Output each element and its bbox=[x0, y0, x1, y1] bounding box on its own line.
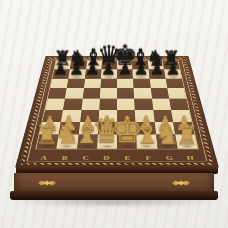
square-d7: ♟ bbox=[101, 69, 117, 78]
square-c4 bbox=[81, 99, 100, 110]
file-label-a: A bbox=[32, 155, 54, 162]
square-c5 bbox=[82, 88, 100, 98]
square-e5 bbox=[117, 88, 134, 98]
square-b6 bbox=[67, 78, 85, 88]
file-label-e: E bbox=[117, 155, 138, 162]
square-a6 bbox=[50, 78, 68, 88]
square-a4 bbox=[45, 99, 65, 110]
rank-label-8: 8 bbox=[180, 61, 189, 70]
file-label-d: D bbox=[96, 155, 117, 162]
square-d4 bbox=[99, 99, 117, 110]
file-labels: ABCDEFGH bbox=[32, 155, 201, 162]
square-h6 bbox=[165, 78, 183, 88]
square-h1: ♜ bbox=[175, 135, 198, 149]
piece-black-pawn: ♟ bbox=[150, 61, 165, 78]
square-e4 bbox=[117, 99, 135, 110]
piece-black-pawn: ♟ bbox=[134, 61, 149, 78]
rank-label-1: 1 bbox=[197, 135, 210, 149]
square-c7: ♟ bbox=[85, 69, 102, 78]
case-base-molding bbox=[10, 191, 218, 200]
file-label-c: C bbox=[75, 155, 97, 162]
square-g4 bbox=[152, 99, 171, 110]
square-h7: ♟ bbox=[164, 69, 182, 78]
piece-black-pawn: ♟ bbox=[118, 61, 133, 78]
piece-black-pawn: ♟ bbox=[85, 61, 100, 78]
file-label-f: F bbox=[138, 155, 160, 162]
square-f5 bbox=[134, 88, 152, 98]
file-label-h: H bbox=[179, 155, 201, 162]
square-h5 bbox=[167, 88, 186, 98]
square-f7: ♟ bbox=[133, 69, 150, 78]
square-h4 bbox=[169, 99, 189, 110]
rank-label-7: 7 bbox=[182, 69, 192, 78]
piece-black-pawn: ♟ bbox=[53, 61, 68, 78]
square-f6 bbox=[133, 78, 150, 88]
square-e6 bbox=[117, 78, 134, 88]
rank-label-4: 4 bbox=[189, 99, 200, 110]
rank-label-5: 5 bbox=[186, 88, 197, 98]
square-f4 bbox=[134, 99, 153, 110]
brass-ornament-left-icon bbox=[38, 180, 56, 186]
board-field: ♜♞♝♛♚♝♞♜♟♟♟♟♟♟♟♟♟♟♟♟♟♟♟♟♜♞♝♛♚♝♞♜ bbox=[35, 61, 198, 150]
piece-black-pawn: ♟ bbox=[166, 61, 181, 78]
file-label-g: G bbox=[158, 155, 180, 162]
square-d6 bbox=[100, 78, 117, 88]
square-g5 bbox=[150, 88, 168, 98]
square-c6 bbox=[84, 78, 101, 88]
rank-label-2: 2 bbox=[194, 122, 206, 135]
chess-set-product-photo: ♜♞♝♛♚♝♞♜♟♟♟♟♟♟♟♟♟♟♟♟♟♟♟♟♜♞♝♛♚♝♞♜ ABCDEFG… bbox=[0, 0, 228, 228]
square-a5 bbox=[48, 88, 67, 98]
chess-board-lid: ♜♞♝♛♚♝♞♜♟♟♟♟♟♟♟♟♟♟♟♟♟♟♟♟♜♞♝♛♚♝♞♜ ABCDEFG… bbox=[15, 56, 219, 168]
square-g7: ♟ bbox=[148, 69, 165, 78]
rank-label-3: 3 bbox=[191, 110, 203, 122]
square-g6 bbox=[149, 78, 167, 88]
piece-black-pawn: ♟ bbox=[69, 61, 84, 78]
square-a7: ♟ bbox=[52, 69, 70, 78]
square-e7: ♟ bbox=[117, 69, 133, 78]
square-b7: ♟ bbox=[69, 69, 86, 78]
brass-ornament-right-icon bbox=[172, 180, 190, 186]
square-b5 bbox=[65, 88, 83, 98]
file-label-b: B bbox=[54, 155, 76, 162]
case-base bbox=[14, 173, 214, 193]
piece-black-pawn: ♟ bbox=[101, 61, 116, 78]
rank-label-6: 6 bbox=[184, 78, 194, 88]
square-b4 bbox=[63, 99, 82, 110]
square-d5 bbox=[100, 88, 117, 98]
